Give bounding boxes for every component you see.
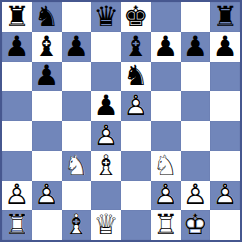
white-rook-glyph: ♖ (151, 210, 181, 240)
white-pawn-glyph: ♙ (181, 181, 211, 211)
square-h8[interactable]: ♜ (210, 2, 240, 32)
square-f2[interactable]: ♟♙ (151, 181, 181, 211)
square-a1[interactable]: ♜♖ (2, 210, 32, 240)
square-b4[interactable] (32, 121, 62, 151)
white-queen[interactable]: ♛♕ (91, 210, 121, 240)
square-d3[interactable]: ♝♗ (91, 151, 121, 181)
white-pawn-glyph: ♙ (32, 181, 62, 211)
black-rook-glyph: ♜ (2, 2, 32, 32)
black-pawn-glyph: ♟ (62, 32, 92, 62)
square-f4[interactable] (151, 121, 181, 151)
square-a6[interactable] (2, 62, 32, 92)
square-h2[interactable]: ♟♙ (210, 181, 240, 211)
black-pawn[interactable]: ♟ (151, 32, 181, 62)
square-g1[interactable]: ♚♔ (181, 210, 211, 240)
white-bishop[interactable]: ♝♗ (91, 151, 121, 181)
square-f1[interactable]: ♜♖ (151, 210, 181, 240)
black-pawn-glyph: ♟ (2, 32, 32, 62)
square-e5[interactable]: ♟♙ (121, 91, 151, 121)
square-b1[interactable] (32, 210, 62, 240)
square-f6[interactable] (151, 62, 181, 92)
square-g2[interactable]: ♟♙ (181, 181, 211, 211)
white-pawn[interactable]: ♟♙ (181, 181, 211, 211)
black-knight[interactable]: ♞ (121, 62, 151, 92)
white-pawn-glyph: ♙ (151, 181, 181, 211)
square-b6[interactable]: ♟ (32, 62, 62, 92)
black-pawn[interactable]: ♟ (210, 32, 240, 62)
square-h1[interactable] (210, 210, 240, 240)
white-knight-glyph: ♘ (62, 151, 92, 181)
black-pawn[interactable]: ♟ (62, 32, 92, 62)
square-c3[interactable]: ♞♘ (62, 151, 92, 181)
black-pawn[interactable]: ♟ (32, 62, 62, 92)
square-g4[interactable] (181, 121, 211, 151)
square-e3[interactable] (121, 151, 151, 181)
square-a7[interactable]: ♟ (2, 32, 32, 62)
square-g7[interactable]: ♟ (181, 32, 211, 62)
black-pawn-glyph: ♟ (32, 62, 62, 92)
black-rook-glyph: ♜ (210, 2, 240, 32)
square-e6[interactable]: ♞ (121, 62, 151, 92)
square-d1[interactable]: ♛♕ (91, 210, 121, 240)
square-f3[interactable]: ♞♘ (151, 151, 181, 181)
black-pawn-glyph: ♟ (151, 32, 181, 62)
square-e2[interactable] (121, 181, 151, 211)
square-c1[interactable]: ♝♗ (62, 210, 92, 240)
square-c5[interactable] (62, 91, 92, 121)
square-e8[interactable]: ♚ (121, 2, 151, 32)
black-rook[interactable]: ♜ (2, 2, 32, 32)
black-rook[interactable]: ♜ (210, 2, 240, 32)
white-pawn[interactable]: ♟♙ (91, 121, 121, 151)
white-pawn[interactable]: ♟♙ (2, 181, 32, 211)
black-bishop-glyph: ♝ (32, 32, 62, 62)
square-b8[interactable]: ♞ (32, 2, 62, 32)
square-h5[interactable] (210, 91, 240, 121)
black-bishop[interactable]: ♝ (121, 32, 151, 62)
white-pawn-glyph: ♙ (91, 121, 121, 151)
black-pawn-glyph: ♟ (91, 91, 121, 121)
square-c7[interactable]: ♟ (62, 32, 92, 62)
square-h3[interactable] (210, 151, 240, 181)
white-bishop-glyph: ♗ (91, 151, 121, 181)
square-d5[interactable]: ♟ (91, 91, 121, 121)
chessboard-container: ♜♞♛♚♜♟♝♟♝♟♟♟♟♞♟♟♙♟♙♞♘♝♗♞♘♟♙♟♙♟♙♟♙♟♙♜♖♝♗♛… (0, 0, 242, 242)
square-c6[interactable] (62, 62, 92, 92)
white-king-glyph: ♔ (181, 210, 211, 240)
square-f5[interactable] (151, 91, 181, 121)
white-bishop-glyph: ♗ (62, 210, 92, 240)
white-knight[interactable]: ♞♘ (151, 151, 181, 181)
square-e7[interactable]: ♝ (121, 32, 151, 62)
black-pawn-glyph: ♟ (210, 32, 240, 62)
white-rook[interactable]: ♜♖ (2, 210, 32, 240)
black-pawn[interactable]: ♟ (91, 91, 121, 121)
square-c8[interactable] (62, 2, 92, 32)
square-b5[interactable] (32, 91, 62, 121)
white-knight-glyph: ♘ (151, 151, 181, 181)
white-knight[interactable]: ♞♘ (62, 151, 92, 181)
square-g8[interactable] (181, 2, 211, 32)
square-a2[interactable]: ♟♙ (2, 181, 32, 211)
black-bishop-glyph: ♝ (121, 32, 151, 62)
black-king[interactable]: ♚ (121, 2, 151, 32)
white-queen-glyph: ♕ (91, 210, 121, 240)
square-e1[interactable] (121, 210, 151, 240)
square-d6[interactable] (91, 62, 121, 92)
square-f8[interactable] (151, 2, 181, 32)
black-pawn-glyph: ♟ (181, 32, 211, 62)
white-pawn[interactable]: ♟♙ (32, 181, 62, 211)
square-b2[interactable]: ♟♙ (32, 181, 62, 211)
black-bishop[interactable]: ♝ (32, 32, 62, 62)
black-pawn[interactable]: ♟ (2, 32, 32, 62)
square-g5[interactable] (181, 91, 211, 121)
square-a3[interactable] (2, 151, 32, 181)
square-g3[interactable] (181, 151, 211, 181)
black-pawn[interactable]: ♟ (181, 32, 211, 62)
square-h4[interactable] (210, 121, 240, 151)
white-bishop[interactable]: ♝♗ (62, 210, 92, 240)
square-b7[interactable]: ♝ (32, 32, 62, 62)
square-c2[interactable] (62, 181, 92, 211)
black-knight-glyph: ♞ (121, 62, 151, 92)
square-c4[interactable] (62, 121, 92, 151)
square-b3[interactable] (32, 151, 62, 181)
white-rook[interactable]: ♜♖ (151, 210, 181, 240)
square-d4[interactable]: ♟♙ (91, 121, 121, 151)
white-king[interactable]: ♚♔ (181, 210, 211, 240)
square-h7[interactable]: ♟ (210, 32, 240, 62)
square-d7[interactable] (91, 32, 121, 62)
chessboard: ♜♞♛♚♜♟♝♟♝♟♟♟♟♞♟♟♙♟♙♞♘♝♗♞♘♟♙♟♙♟♙♟♙♟♙♜♖♝♗♛… (0, 0, 242, 242)
white-pawn-glyph: ♙ (2, 181, 32, 211)
white-pawn-glyph: ♙ (210, 181, 240, 211)
black-queen[interactable]: ♛ (91, 2, 121, 32)
square-f7[interactable]: ♟ (151, 32, 181, 62)
white-pawn-glyph: ♙ (121, 91, 151, 121)
square-a5[interactable] (2, 91, 32, 121)
square-a8[interactable]: ♜ (2, 2, 32, 32)
black-king-glyph: ♚ (121, 2, 151, 32)
square-d2[interactable] (91, 181, 121, 211)
square-h6[interactable] (210, 62, 240, 92)
square-g6[interactable] (181, 62, 211, 92)
square-e4[interactable] (121, 121, 151, 151)
square-a4[interactable] (2, 121, 32, 151)
white-rook-glyph: ♖ (2, 210, 32, 240)
white-pawn[interactable]: ♟♙ (151, 181, 181, 211)
black-knight-glyph: ♞ (32, 2, 62, 32)
black-queen-glyph: ♛ (91, 2, 121, 32)
square-d8[interactable]: ♛ (91, 2, 121, 32)
white-pawn[interactable]: ♟♙ (121, 91, 151, 121)
black-knight[interactable]: ♞ (32, 2, 62, 32)
white-pawn[interactable]: ♟♙ (210, 181, 240, 211)
